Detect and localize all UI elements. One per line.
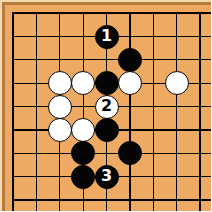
grid-vline <box>199 12 200 211</box>
white-stone <box>118 71 142 95</box>
black-stone <box>95 71 119 95</box>
grid-vline <box>153 12 154 211</box>
white-stone-move-2: 2 <box>95 95 119 119</box>
white-stone <box>48 118 72 142</box>
black-stone <box>118 48 142 72</box>
black-stone-move-1: 1 <box>95 25 119 49</box>
go-board: 123 <box>0 0 211 211</box>
white-stone <box>71 118 95 142</box>
white-stone <box>48 95 72 119</box>
white-stone <box>71 71 95 95</box>
grid-vline <box>12 12 14 211</box>
black-stone-move-3: 3 <box>95 165 119 189</box>
black-stone <box>95 118 119 142</box>
white-stone <box>48 71 72 95</box>
board-frame-left-edge <box>2 2 5 212</box>
grid-hline <box>12 59 211 60</box>
grid-hline <box>12 199 211 200</box>
grid-hline <box>12 12 211 14</box>
move-number-label: 1 <box>101 28 112 44</box>
black-stone <box>118 141 142 165</box>
grid-vline <box>36 12 37 211</box>
grid-vline <box>176 12 177 211</box>
black-stone <box>71 141 95 165</box>
grid-hline <box>12 153 211 154</box>
board-frame-top-edge <box>2 2 212 5</box>
grid-vline <box>129 12 130 211</box>
move-number-label: 2 <box>101 98 112 114</box>
move-number-label: 3 <box>101 168 112 184</box>
white-stone <box>165 71 189 95</box>
black-stone <box>71 165 95 189</box>
go-diagram: 123 <box>0 0 211 211</box>
